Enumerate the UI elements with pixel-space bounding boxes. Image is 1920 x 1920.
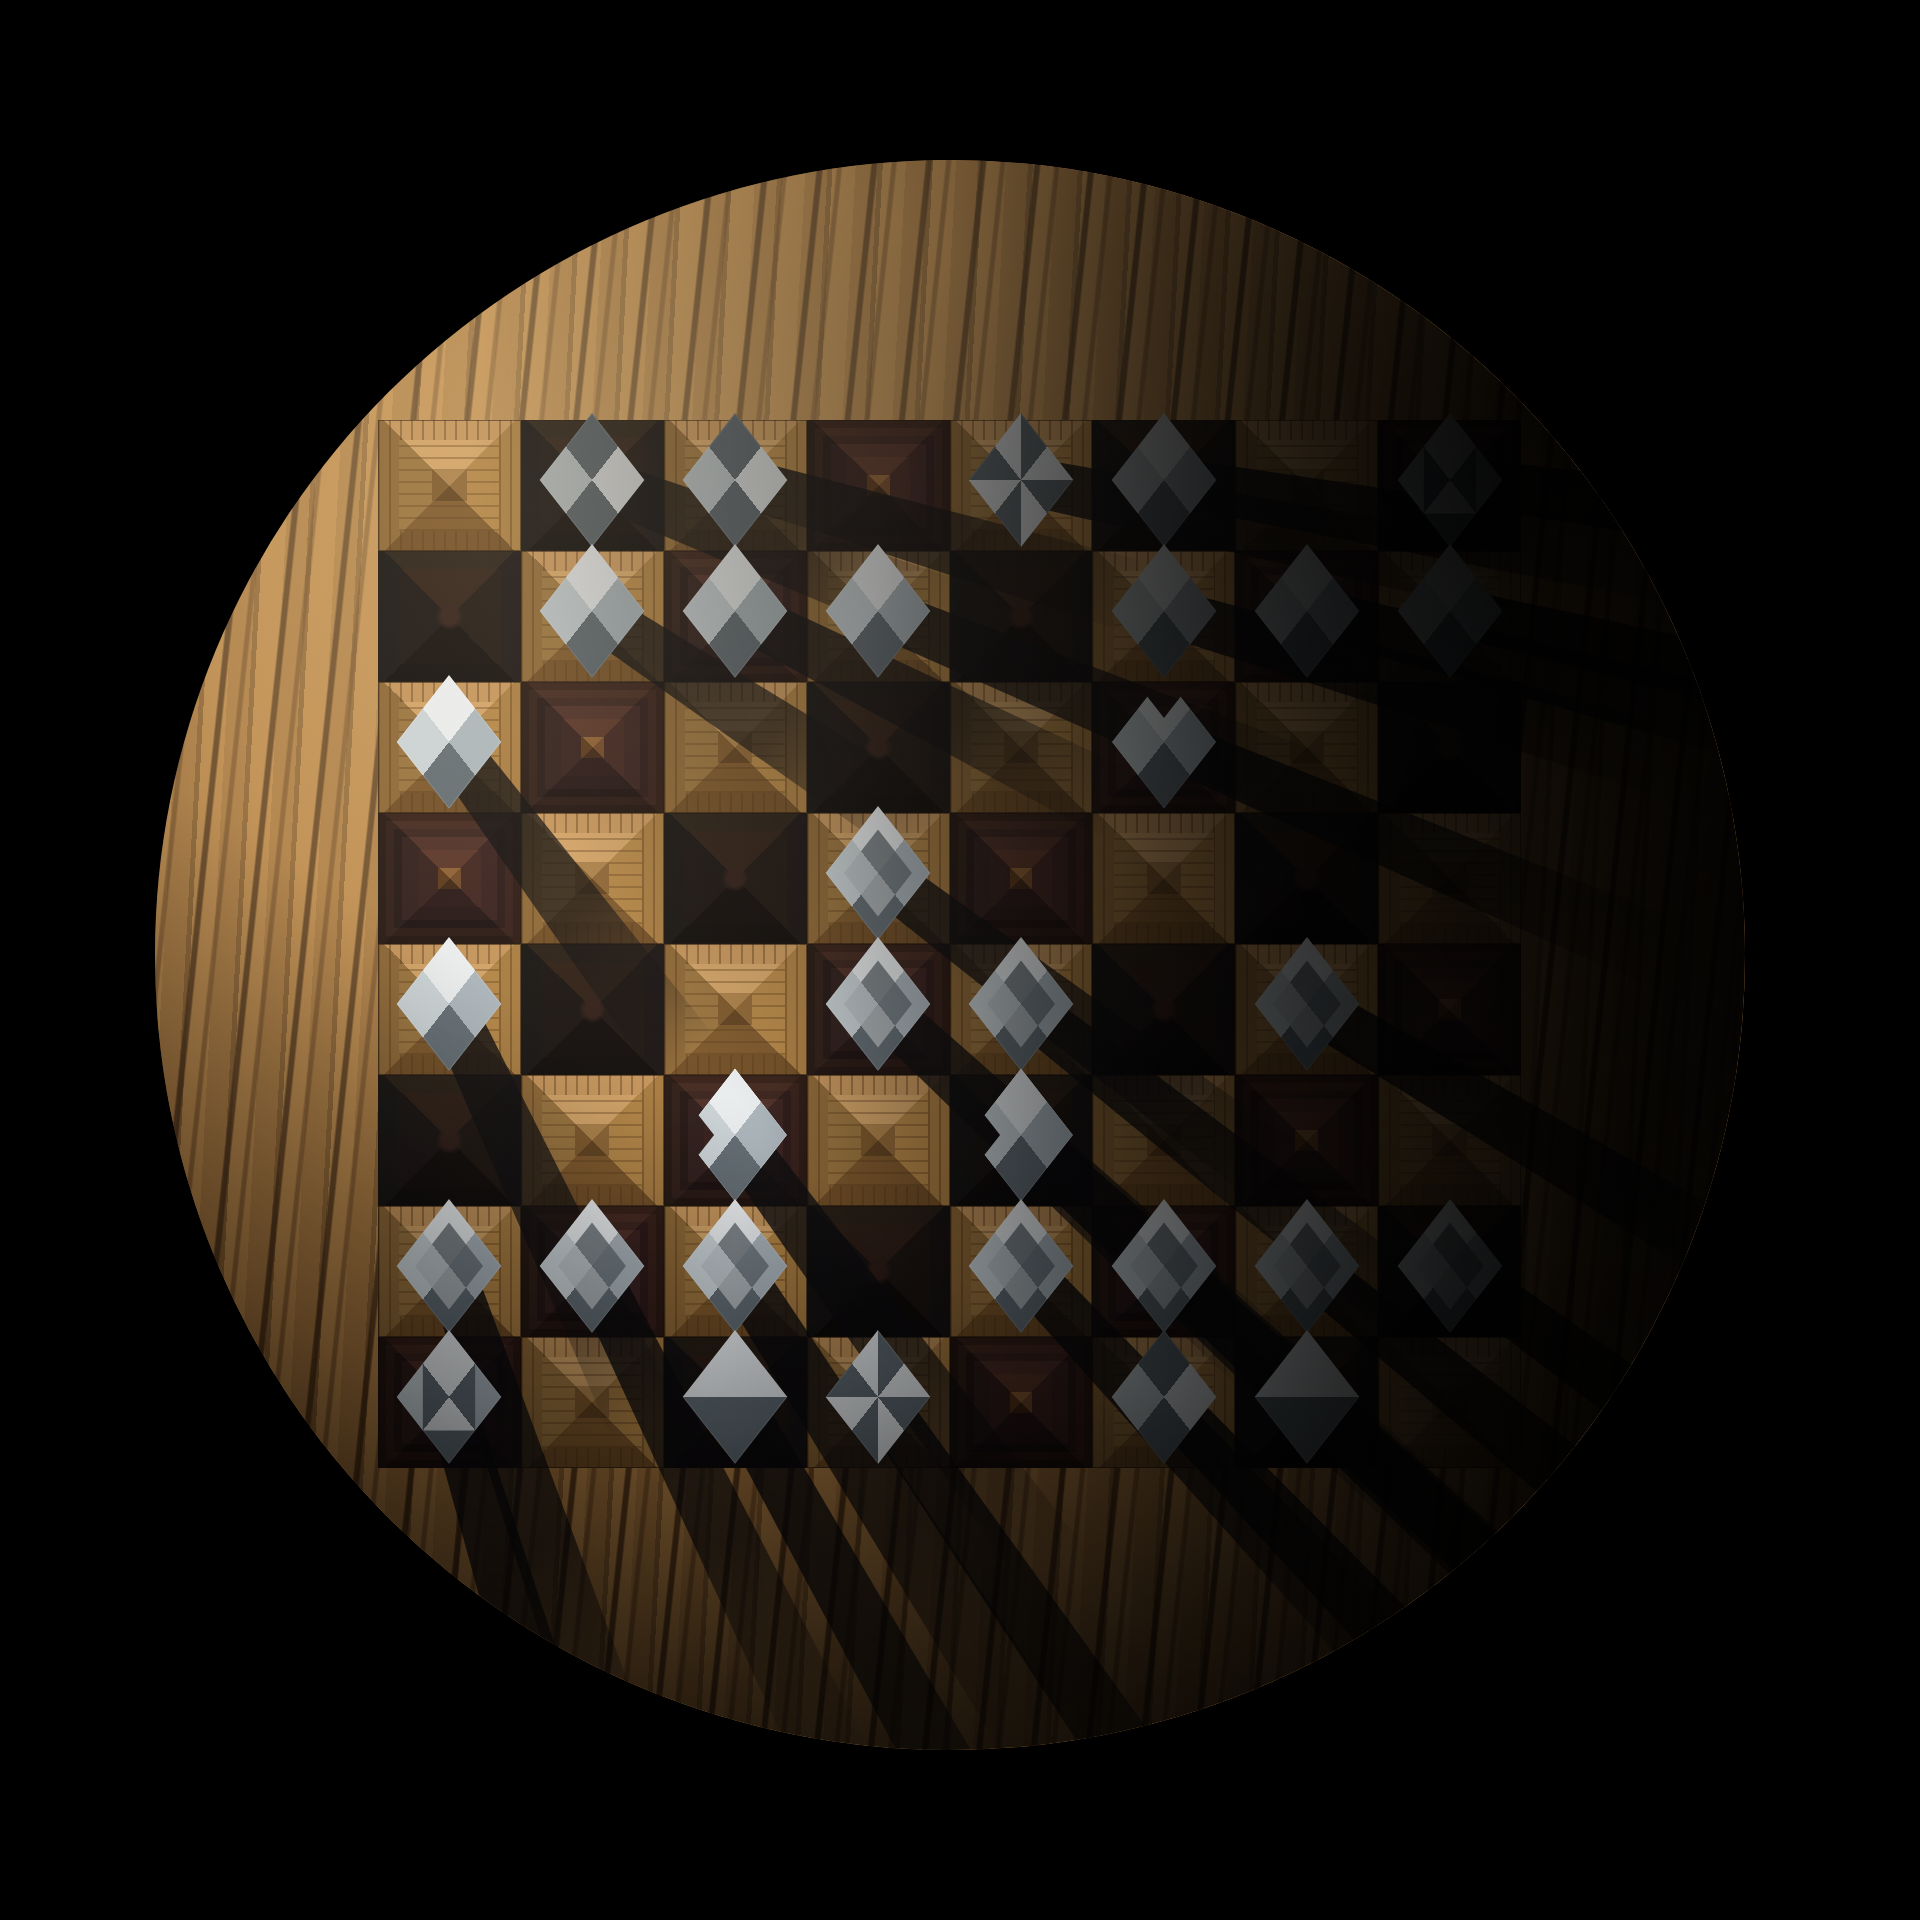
queen-octahedron-icon bbox=[969, 413, 1074, 547]
piece-black-knight-e3[interactable] bbox=[969, 1071, 1073, 1199]
photo-stage bbox=[0, 0, 1920, 1920]
pawn-octahedron-icon bbox=[1397, 544, 1502, 678]
rook-octahedron-icon bbox=[540, 413, 645, 547]
bishop-octahedron-icon bbox=[1397, 413, 1502, 547]
piece-black-pawn-b2[interactable] bbox=[540, 1202, 644, 1330]
pawn-octahedron-icon bbox=[1397, 1199, 1502, 1333]
pawn-octahedron-icon bbox=[969, 937, 1074, 1071]
piece-black-pawn-d4[interactable] bbox=[826, 940, 930, 1068]
piece-white-rook-c8[interactable] bbox=[683, 416, 787, 544]
piece-black-pawn-a2[interactable] bbox=[397, 1202, 501, 1330]
piece-white-bishop-h8[interactable] bbox=[1398, 416, 1502, 544]
piece-black-pawn-c2[interactable] bbox=[683, 1202, 787, 1330]
rook-octahedron-icon bbox=[1112, 1330, 1217, 1464]
knight-octahedron-icon bbox=[1112, 413, 1217, 547]
piece-black-king-c3[interactable] bbox=[683, 1071, 787, 1199]
king-octahedron-icon bbox=[683, 1068, 788, 1202]
piece-white-pawn-h7[interactable] bbox=[1398, 547, 1502, 675]
piece-black-rook-f1[interactable] bbox=[1112, 1333, 1216, 1461]
piece-black-bishop-a1[interactable] bbox=[397, 1333, 501, 1461]
piece-black-pawn-a4[interactable] bbox=[397, 940, 501, 1068]
pawn-octahedron-icon bbox=[397, 675, 502, 809]
pawn-octahedron-icon bbox=[1255, 1199, 1360, 1333]
piece-black-pawn-e4[interactable] bbox=[969, 940, 1073, 1068]
piece-black-pawn-h2[interactable] bbox=[1398, 1202, 1502, 1330]
piece-white-pawn-d7[interactable] bbox=[826, 547, 930, 675]
pawn-octahedron-icon bbox=[826, 544, 931, 678]
queen-octahedron-icon bbox=[826, 1330, 931, 1464]
piece-black-pawn-g4[interactable] bbox=[1255, 940, 1359, 1068]
piece-white-pawn-c7[interactable] bbox=[683, 547, 787, 675]
piece-black-pawn-g2[interactable] bbox=[1255, 1202, 1359, 1330]
rook-octahedron-icon bbox=[683, 413, 788, 547]
piece-black-pawn-e2[interactable] bbox=[969, 1202, 1073, 1330]
pawn-octahedron-icon bbox=[397, 1199, 502, 1333]
piece-black-queen-d1[interactable] bbox=[826, 1333, 930, 1461]
piece-white-pawn-a6[interactable] bbox=[397, 678, 501, 806]
knight-octahedron-icon bbox=[969, 1068, 1074, 1202]
piece-white-knight-f8[interactable] bbox=[1112, 416, 1216, 544]
piece-black-rook-g1[interactable] bbox=[1255, 1333, 1359, 1461]
piece-black-bishop-c1[interactable] bbox=[683, 1333, 787, 1461]
bishop-octahedron-icon bbox=[683, 1330, 788, 1464]
pawn-octahedron-icon bbox=[1112, 1199, 1217, 1333]
pawn-octahedron-icon bbox=[826, 937, 931, 1071]
pawn-octahedron-icon bbox=[540, 1199, 645, 1333]
pawn-octahedron-icon bbox=[1255, 544, 1360, 678]
pawn-octahedron-icon bbox=[540, 544, 645, 678]
rook-octahedron-icon bbox=[1255, 1330, 1360, 1464]
pawn-octahedron-icon bbox=[969, 1199, 1074, 1333]
pawn-octahedron-icon bbox=[826, 806, 931, 940]
piece-white-pawn-g7[interactable] bbox=[1255, 547, 1359, 675]
piece-white-queen-e8[interactable] bbox=[969, 416, 1073, 544]
pawn-octahedron-icon bbox=[397, 937, 502, 1071]
zebrawood-round-table bbox=[155, 160, 1745, 1750]
piece-white-pawn-b7[interactable] bbox=[540, 547, 644, 675]
piece-layer bbox=[155, 160, 1745, 1750]
bishop-octahedron-icon bbox=[397, 1330, 502, 1464]
pawn-octahedron-icon bbox=[1255, 937, 1360, 1071]
piece-white-king-f6[interactable] bbox=[1112, 678, 1216, 806]
king-octahedron-icon bbox=[1112, 675, 1217, 809]
piece-white-pawn-f7[interactable] bbox=[1112, 547, 1216, 675]
piece-black-pawn-f2[interactable] bbox=[1112, 1202, 1216, 1330]
pawn-octahedron-icon bbox=[1112, 544, 1217, 678]
piece-white-pawn-d5[interactable] bbox=[826, 809, 930, 937]
pawn-octahedron-icon bbox=[683, 1199, 788, 1333]
pawn-octahedron-icon bbox=[683, 544, 788, 678]
piece-white-rook-b8[interactable] bbox=[540, 416, 644, 544]
